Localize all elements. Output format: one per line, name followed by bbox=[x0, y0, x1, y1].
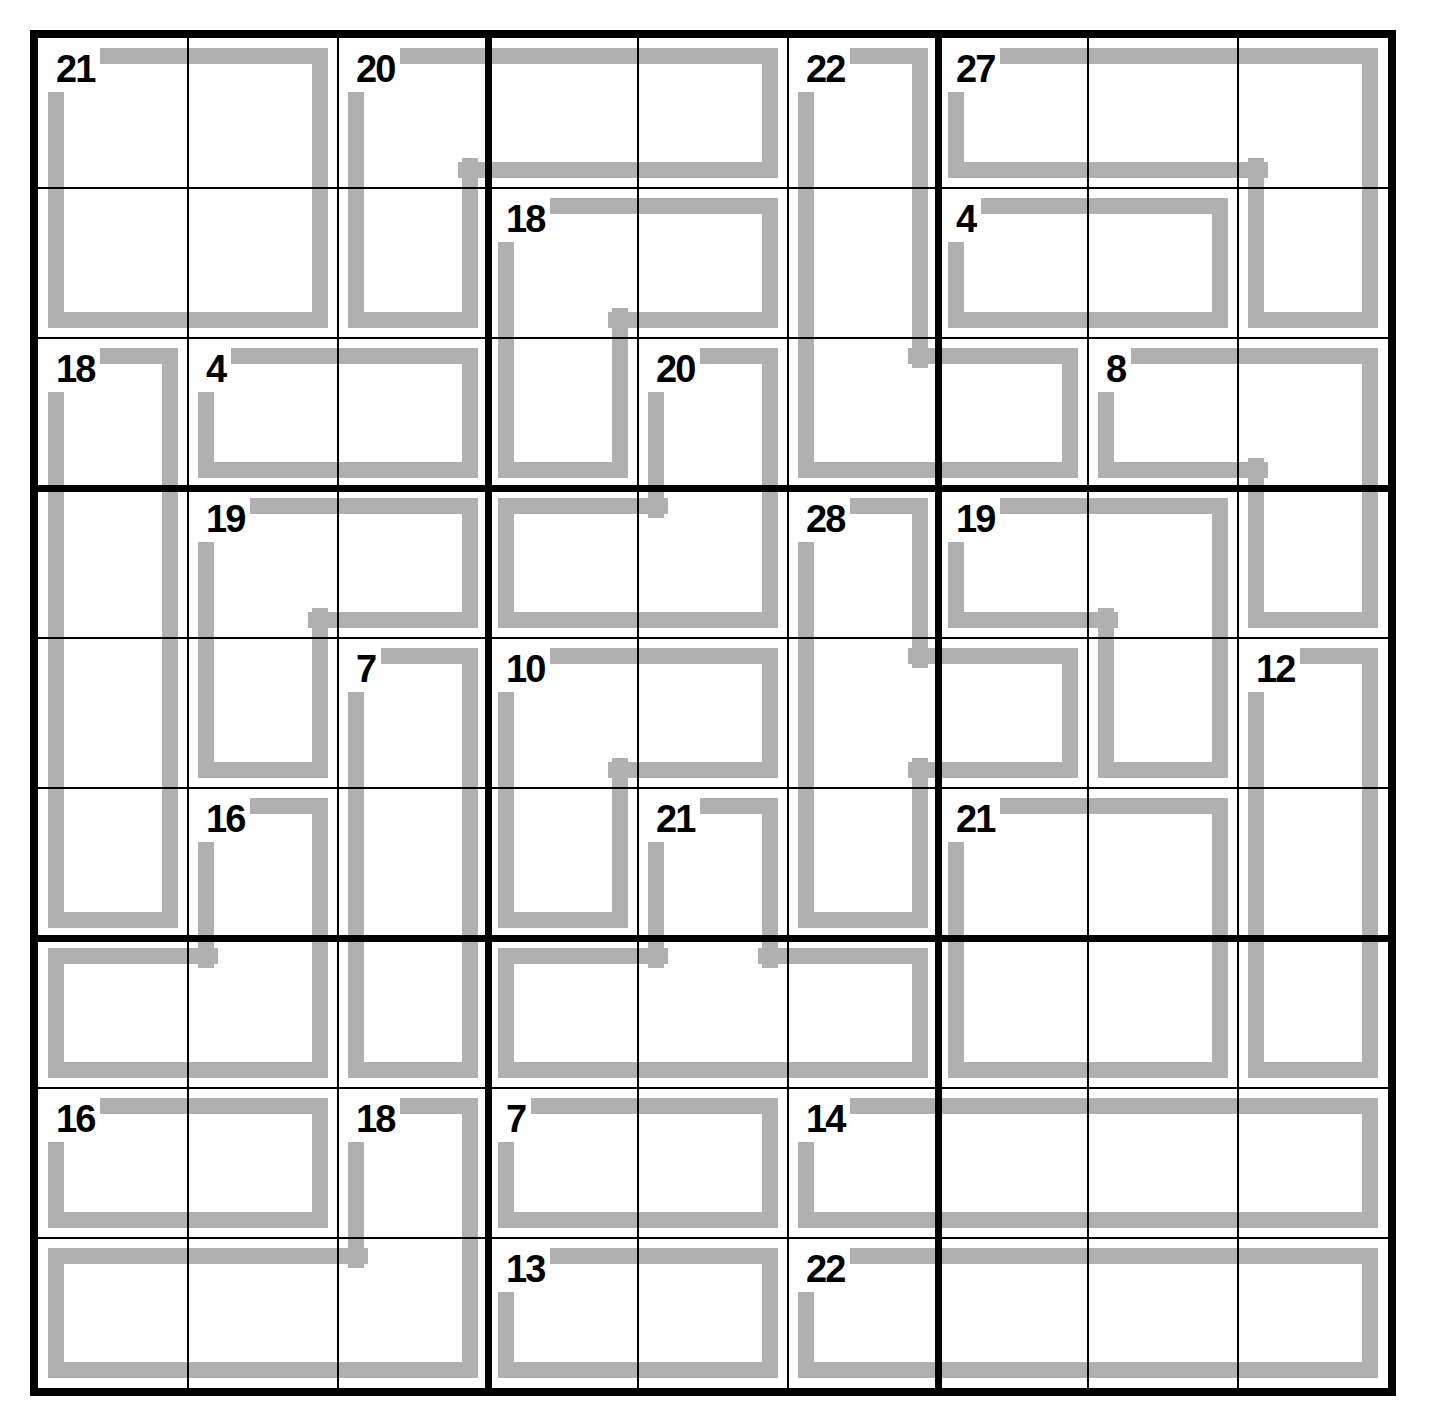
cell-r9c3[interactable] bbox=[338, 1238, 488, 1388]
killer-sudoku-board: 2120222718418481920281971012162121161871… bbox=[30, 30, 1396, 1396]
cell-r3c9[interactable] bbox=[1238, 338, 1388, 488]
cell-r7c4[interactable] bbox=[488, 938, 638, 1088]
cell-r1c5[interactable] bbox=[638, 38, 788, 188]
cell-r6c5[interactable] bbox=[638, 788, 788, 938]
cell-r1c2[interactable] bbox=[188, 38, 338, 188]
cell-r8c3[interactable] bbox=[338, 1088, 488, 1238]
cell-r4c8[interactable] bbox=[1088, 488, 1238, 638]
cell-r2c5[interactable] bbox=[638, 188, 788, 338]
cell-r2c7[interactable] bbox=[938, 188, 1088, 338]
cell-r3c1[interactable] bbox=[38, 338, 188, 488]
cell-r6c8[interactable] bbox=[1088, 788, 1238, 938]
cell-r8c8[interactable] bbox=[1088, 1088, 1238, 1238]
cell-r8c2[interactable] bbox=[188, 1088, 338, 1238]
cell-r6c4[interactable] bbox=[488, 788, 638, 938]
cell-r9c9[interactable] bbox=[1238, 1238, 1388, 1388]
cell-r1c9[interactable] bbox=[1238, 38, 1388, 188]
cell-r5c9[interactable] bbox=[1238, 638, 1388, 788]
cell-r9c8[interactable] bbox=[1088, 1238, 1238, 1388]
cell-r7c5[interactable] bbox=[638, 938, 788, 1088]
cell-r5c6[interactable] bbox=[788, 638, 938, 788]
cell-r3c3[interactable] bbox=[338, 338, 488, 488]
cell-r4c6[interactable] bbox=[788, 488, 938, 638]
cell-r7c8[interactable] bbox=[1088, 938, 1238, 1088]
cell-r8c6[interactable] bbox=[788, 1088, 938, 1238]
cell-r1c8[interactable] bbox=[1088, 38, 1238, 188]
cell-r4c2[interactable] bbox=[188, 488, 338, 638]
cell-r2c3[interactable] bbox=[338, 188, 488, 338]
cell-r1c4[interactable] bbox=[488, 38, 638, 188]
cell-r9c7[interactable] bbox=[938, 1238, 1088, 1388]
cell-r3c8[interactable] bbox=[1088, 338, 1238, 488]
cell-r6c9[interactable] bbox=[1238, 788, 1388, 938]
cell-r3c5[interactable] bbox=[638, 338, 788, 488]
cell-r2c6[interactable] bbox=[788, 188, 938, 338]
cell-r1c7[interactable] bbox=[938, 38, 1088, 188]
cell-r3c4[interactable] bbox=[488, 338, 638, 488]
cell-r6c7[interactable] bbox=[938, 788, 1088, 938]
cell-r4c5[interactable] bbox=[638, 488, 788, 638]
cell-r4c7[interactable] bbox=[938, 488, 1088, 638]
cell-r6c1[interactable] bbox=[38, 788, 188, 938]
cell-r5c8[interactable] bbox=[1088, 638, 1238, 788]
cell-r4c3[interactable] bbox=[338, 488, 488, 638]
cell-r4c1[interactable] bbox=[38, 488, 188, 638]
cell-r6c3[interactable] bbox=[338, 788, 488, 938]
cell-r2c9[interactable] bbox=[1238, 188, 1388, 338]
cell-r8c1[interactable] bbox=[38, 1088, 188, 1238]
cell-r7c9[interactable] bbox=[1238, 938, 1388, 1088]
cell-r3c2[interactable] bbox=[188, 338, 338, 488]
cell-r9c5[interactable] bbox=[638, 1238, 788, 1388]
cell-r1c6[interactable] bbox=[788, 38, 938, 188]
cell-r1c1[interactable] bbox=[38, 38, 188, 188]
cell-r5c7[interactable] bbox=[938, 638, 1088, 788]
cell-r9c4[interactable] bbox=[488, 1238, 638, 1388]
cell-r4c9[interactable] bbox=[1238, 488, 1388, 638]
cell-r2c2[interactable] bbox=[188, 188, 338, 338]
cell-r2c4[interactable] bbox=[488, 188, 638, 338]
cell-r7c1[interactable] bbox=[38, 938, 188, 1088]
cell-r4c4[interactable] bbox=[488, 488, 638, 638]
cell-r6c6[interactable] bbox=[788, 788, 938, 938]
cell-r5c2[interactable] bbox=[188, 638, 338, 788]
cell-r7c7[interactable] bbox=[938, 938, 1088, 1088]
cell-r9c2[interactable] bbox=[188, 1238, 338, 1388]
cell-r2c1[interactable] bbox=[38, 188, 188, 338]
cell-r2c8[interactable] bbox=[1088, 188, 1238, 338]
cell-r3c7[interactable] bbox=[938, 338, 1088, 488]
cell-r8c4[interactable] bbox=[488, 1088, 638, 1238]
cell-r9c1[interactable] bbox=[38, 1238, 188, 1388]
cell-r3c6[interactable] bbox=[788, 338, 938, 488]
cell-r5c5[interactable] bbox=[638, 638, 788, 788]
cell-r6c2[interactable] bbox=[188, 788, 338, 938]
cell-r7c6[interactable] bbox=[788, 938, 938, 1088]
cell-r8c5[interactable] bbox=[638, 1088, 788, 1238]
cell-r5c1[interactable] bbox=[38, 638, 188, 788]
cells-layer bbox=[38, 38, 1388, 1388]
cell-r7c3[interactable] bbox=[338, 938, 488, 1088]
cell-r1c3[interactable] bbox=[338, 38, 488, 188]
cell-r9c6[interactable] bbox=[788, 1238, 938, 1388]
cell-r8c7[interactable] bbox=[938, 1088, 1088, 1238]
cell-r5c4[interactable] bbox=[488, 638, 638, 788]
cell-r5c3[interactable] bbox=[338, 638, 488, 788]
cell-r7c2[interactable] bbox=[188, 938, 338, 1088]
cell-r8c9[interactable] bbox=[1238, 1088, 1388, 1238]
